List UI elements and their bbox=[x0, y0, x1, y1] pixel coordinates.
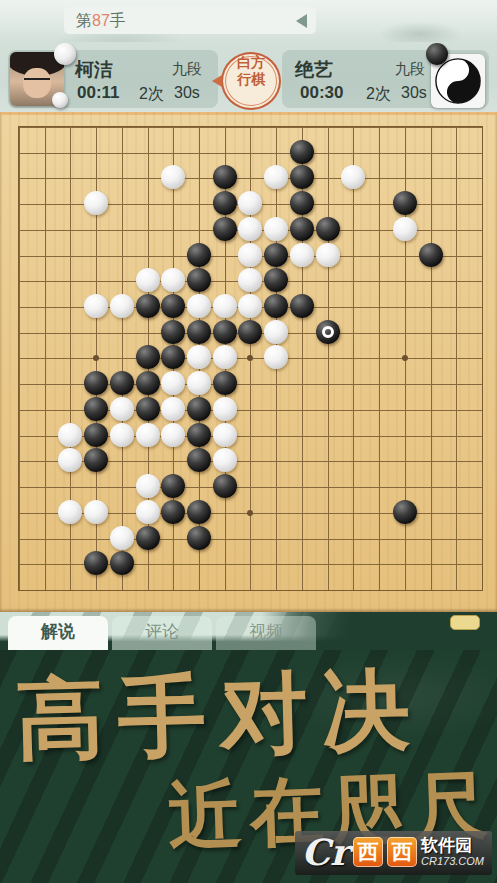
stone-white[interactable] bbox=[136, 268, 160, 292]
stone-black[interactable] bbox=[419, 243, 443, 267]
stone-white[interactable] bbox=[136, 423, 160, 447]
top-bar: 第87手 bbox=[0, 0, 497, 42]
stone-white[interactable] bbox=[264, 320, 288, 344]
watermark-box1: 西 bbox=[353, 837, 383, 867]
go-board[interactable] bbox=[0, 112, 497, 612]
stone-black[interactable] bbox=[161, 500, 185, 524]
stone-black[interactable] bbox=[136, 397, 160, 421]
stone-black[interactable] bbox=[393, 500, 417, 524]
stone-black[interactable] bbox=[136, 294, 160, 318]
left-player-panel: 柯洁 九段 00:11 2次 30s bbox=[8, 50, 218, 108]
stone-black[interactable] bbox=[187, 526, 211, 550]
turn-text-line1: 白方 bbox=[223, 54, 279, 71]
watermark-url: CR173.COM bbox=[421, 856, 484, 867]
stone-black-last-move[interactable] bbox=[316, 320, 340, 344]
stone-white[interactable] bbox=[264, 217, 288, 241]
rewind-icon[interactable] bbox=[296, 14, 307, 28]
move-suffix: 手 bbox=[110, 12, 126, 29]
left-player-rank: 九段 bbox=[172, 60, 202, 79]
stone-black[interactable] bbox=[316, 217, 340, 241]
stone-black[interactable] bbox=[393, 191, 417, 215]
turn-indicator-stamp: 白方 行棋 bbox=[221, 52, 281, 110]
stone-white[interactable] bbox=[213, 423, 237, 447]
stone-black[interactable] bbox=[187, 397, 211, 421]
left-player-period-time: 30s bbox=[174, 84, 200, 102]
stone-black[interactable] bbox=[213, 371, 237, 395]
stone-black[interactable] bbox=[290, 217, 314, 241]
stone-white[interactable] bbox=[161, 423, 185, 447]
left-player-name: 柯洁 bbox=[75, 57, 113, 83]
watermark-logo: Cr bbox=[301, 834, 349, 870]
go-app: 第87手 柯洁 九段 00:11 2次 30s 白方 行棋 绝艺 九 bbox=[0, 0, 497, 883]
stone-white[interactable] bbox=[58, 423, 82, 447]
tab-bar: 解说 评论 视频 bbox=[0, 612, 497, 650]
stone-black[interactable] bbox=[187, 423, 211, 447]
player-bar: 柯洁 九段 00:11 2次 30s 白方 行棋 绝艺 九段 00:30 2次 … bbox=[0, 42, 497, 112]
move-number: 87 bbox=[92, 12, 110, 29]
stone-white[interactable] bbox=[110, 423, 134, 447]
stone-black[interactable] bbox=[110, 551, 134, 575]
corner-button[interactable] bbox=[450, 615, 480, 630]
stone-black[interactable] bbox=[136, 371, 160, 395]
move-counter: 第87手 bbox=[64, 7, 316, 34]
left-player-time: 00:11 bbox=[77, 83, 120, 103]
stone-white[interactable] bbox=[213, 294, 237, 318]
stone-black[interactable] bbox=[290, 294, 314, 318]
stone-black[interactable] bbox=[213, 474, 237, 498]
stone-white[interactable] bbox=[84, 500, 108, 524]
stone-black[interactable] bbox=[213, 320, 237, 344]
right-player-time: 00:30 bbox=[300, 83, 343, 103]
stone-black[interactable] bbox=[264, 243, 288, 267]
stone-white[interactable] bbox=[187, 294, 211, 318]
stone-white[interactable] bbox=[290, 243, 314, 267]
right-player-periods: 2次 bbox=[366, 84, 391, 105]
tab-commentary[interactable]: 解说 bbox=[8, 616, 108, 650]
watermark-text: 软件园 bbox=[421, 837, 484, 854]
left-player-periods: 2次 bbox=[139, 84, 164, 105]
stone-black[interactable] bbox=[290, 140, 314, 164]
stone-white[interactable] bbox=[238, 243, 262, 267]
avatar-glasses bbox=[24, 78, 50, 88]
right-player-period-time: 30s bbox=[401, 84, 427, 102]
white-stone-small-icon bbox=[52, 92, 68, 108]
stone-black[interactable] bbox=[187, 500, 211, 524]
right-player-rank: 九段 bbox=[395, 60, 425, 79]
turn-arrow-icon bbox=[212, 75, 222, 87]
yinyang-icon bbox=[435, 58, 481, 104]
stone-black[interactable] bbox=[187, 320, 211, 344]
stone-white[interactable] bbox=[393, 217, 417, 241]
stone-black[interactable] bbox=[290, 191, 314, 215]
tab-comments[interactable]: 评论 bbox=[112, 616, 212, 650]
stone-white[interactable] bbox=[110, 397, 134, 421]
promo-banner: 高手对决 近在咫尺 Cr 西 西 软件园 CR173.COM bbox=[0, 650, 497, 883]
stone-black[interactable] bbox=[213, 191, 237, 215]
stone-white[interactable] bbox=[136, 474, 160, 498]
turn-text-line2: 行棋 bbox=[223, 71, 279, 88]
black-stone-icon bbox=[426, 43, 448, 65]
stone-white[interactable] bbox=[110, 294, 134, 318]
stone-black[interactable] bbox=[161, 320, 185, 344]
tab-video[interactable]: 视频 bbox=[216, 616, 316, 650]
move-prefix: 第 bbox=[76, 12, 92, 29]
stone-black[interactable] bbox=[110, 371, 134, 395]
stone-black[interactable] bbox=[213, 217, 237, 241]
stone-white[interactable] bbox=[136, 500, 160, 524]
stone-white[interactable] bbox=[84, 294, 108, 318]
stone-black[interactable] bbox=[84, 397, 108, 421]
stone-white[interactable] bbox=[316, 243, 340, 267]
stone-black[interactable] bbox=[136, 526, 160, 550]
watermark-box2: 西 bbox=[387, 837, 417, 867]
right-player-panel: 绝艺 九段 00:30 2次 30s bbox=[282, 50, 489, 108]
stone-black[interactable] bbox=[187, 243, 211, 267]
stone-black[interactable] bbox=[136, 345, 160, 369]
right-player-name: 绝艺 bbox=[295, 57, 333, 83]
site-watermark: Cr 西 西 软件园 CR173.COM bbox=[295, 831, 492, 875]
stone-white[interactable] bbox=[213, 397, 237, 421]
white-stone-icon bbox=[54, 43, 76, 65]
stone-white[interactable] bbox=[110, 526, 134, 550]
stone-white[interactable] bbox=[213, 448, 237, 472]
stone-black[interactable] bbox=[84, 423, 108, 447]
